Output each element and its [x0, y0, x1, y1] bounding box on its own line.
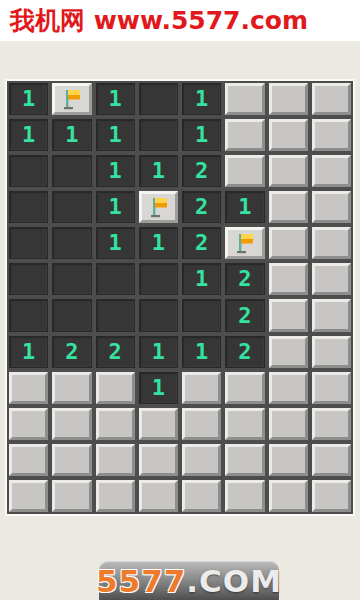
cell-r3c2	[50, 153, 93, 189]
mine-count-number: 1	[109, 232, 122, 254]
mine-count-number: 1	[22, 124, 35, 146]
mine-count-number: 1	[109, 124, 122, 146]
cell-r5c4: 1	[137, 225, 180, 261]
cell-r11c4[interactable]	[137, 442, 180, 478]
cell-r9c3[interactable]	[94, 370, 137, 406]
cell-r1c4	[137, 81, 180, 117]
cell-r3c3: 1	[94, 153, 137, 189]
cell-r2c4	[137, 117, 180, 153]
cell-r11c1[interactable]	[7, 442, 50, 478]
cell-r5c5: 2	[180, 225, 223, 261]
cell-r6c4	[137, 261, 180, 297]
cell-r12c7[interactable]	[267, 478, 310, 514]
mine-count-number: 1	[152, 377, 165, 399]
cell-r2c7[interactable]	[267, 117, 310, 153]
flag-icon	[234, 231, 255, 255]
mine-count-number: 1	[65, 124, 78, 146]
cell-r5c1	[7, 225, 50, 261]
cell-r8c3: 2	[94, 334, 137, 370]
cell-r8c5: 1	[180, 334, 223, 370]
cell-r11c3[interactable]	[94, 442, 137, 478]
cell-r12c6[interactable]	[223, 478, 266, 514]
watermark-badge: 5577.COM	[99, 561, 279, 600]
cell-r7c5	[180, 297, 223, 333]
cell-r5c3: 1	[94, 225, 137, 261]
cell-r1c6[interactable]	[223, 81, 266, 117]
cell-r6c3	[94, 261, 137, 297]
cell-r2c5: 1	[180, 117, 223, 153]
cell-r9c5[interactable]	[180, 370, 223, 406]
header-bar: 我机网 www.5577.com	[0, 0, 360, 41]
mine-count-number: 1	[152, 232, 165, 254]
cell-r4c5: 2	[180, 189, 223, 225]
cell-r11c6[interactable]	[223, 442, 266, 478]
cell-r8c2: 2	[50, 334, 93, 370]
mine-count-number: 2	[109, 341, 122, 363]
cell-r2c8[interactable]	[310, 117, 353, 153]
cell-r11c8[interactable]	[310, 442, 353, 478]
cell-r12c3[interactable]	[94, 478, 137, 514]
cell-r8c6: 2	[223, 334, 266, 370]
cell-r6c1	[7, 261, 50, 297]
flag-icon	[148, 195, 169, 219]
cell-r4c4[interactable]	[137, 189, 180, 225]
mine-count-number: 1	[195, 124, 208, 146]
cell-r10c5[interactable]	[180, 406, 223, 442]
cell-r6c8[interactable]	[310, 261, 353, 297]
mine-count-number: 2	[238, 341, 251, 363]
cell-r7c6: 2	[223, 297, 266, 333]
watermark-suffix: .COM	[186, 563, 282, 599]
cell-r3c6[interactable]	[223, 153, 266, 189]
mine-count-number: 1	[22, 341, 35, 363]
mine-count-number: 1	[152, 160, 165, 182]
cell-r7c7[interactable]	[267, 297, 310, 333]
cell-r2c6[interactable]	[223, 117, 266, 153]
cell-r5c7[interactable]	[267, 225, 310, 261]
mine-count-number: 1	[195, 88, 208, 110]
cell-r4c8[interactable]	[310, 189, 353, 225]
watermark-brand: 5577	[96, 563, 186, 599]
mine-count-number: 1	[22, 88, 35, 110]
cell-r9c4: 1	[137, 370, 180, 406]
mine-count-number: 1	[238, 196, 251, 218]
mine-count-number: 2	[238, 268, 251, 290]
mine-count-number: 1	[109, 196, 122, 218]
cell-r12c4[interactable]	[137, 478, 180, 514]
cell-r8c4: 1	[137, 334, 180, 370]
cell-r9c8[interactable]	[310, 370, 353, 406]
cell-r12c2[interactable]	[50, 478, 93, 514]
cell-r4c6: 1	[223, 189, 266, 225]
mine-count-number: 2	[195, 160, 208, 182]
mine-count-number: 2	[65, 341, 78, 363]
cell-r12c1[interactable]	[7, 478, 50, 514]
cell-r2c3: 1	[94, 117, 137, 153]
mine-count-number: 1	[195, 268, 208, 290]
mine-count-number: 2	[195, 232, 208, 254]
cell-r7c1	[7, 297, 50, 333]
cell-r12c8[interactable]	[310, 478, 353, 514]
cell-r5c8[interactable]	[310, 225, 353, 261]
cell-r10c6[interactable]	[223, 406, 266, 442]
cell-r8c1: 1	[7, 334, 50, 370]
cell-r10c4[interactable]	[137, 406, 180, 442]
cell-r4c1	[7, 189, 50, 225]
cell-r3c1	[7, 153, 50, 189]
cell-r6c6: 2	[223, 261, 266, 297]
cell-r4c7[interactable]	[267, 189, 310, 225]
cell-r9c1[interactable]	[7, 370, 50, 406]
cell-r11c5[interactable]	[180, 442, 223, 478]
mine-count-number: 2	[195, 196, 208, 218]
cell-r8c7[interactable]	[267, 334, 310, 370]
board: 11111111121211121221221121	[5, 79, 355, 516]
cell-r3c4: 1	[137, 153, 180, 189]
cell-r5c6[interactable]	[223, 225, 266, 261]
cell-r6c2	[50, 261, 93, 297]
cell-r2c1: 1	[7, 117, 50, 153]
cell-r3c8[interactable]	[310, 153, 353, 189]
cell-r5c2	[50, 225, 93, 261]
cell-r7c3	[94, 297, 137, 333]
cell-r3c7[interactable]	[267, 153, 310, 189]
cell-r6c5: 1	[180, 261, 223, 297]
cell-r1c7[interactable]	[267, 81, 310, 117]
mine-count-number: 1	[109, 160, 122, 182]
cell-r1c8[interactable]	[310, 81, 353, 117]
cell-r12c5[interactable]	[180, 478, 223, 514]
cell-r9c6[interactable]	[223, 370, 266, 406]
cell-r7c8[interactable]	[310, 297, 353, 333]
mine-count-number: 1	[109, 88, 122, 110]
cell-r1c2[interactable]	[50, 81, 93, 117]
cell-r4c2	[50, 189, 93, 225]
cell-r1c3: 1	[94, 81, 137, 117]
cell-r10c2[interactable]	[50, 406, 93, 442]
cell-r9c7[interactable]	[267, 370, 310, 406]
mine-count-number: 1	[152, 341, 165, 363]
cell-r1c1: 1	[7, 81, 50, 117]
flag-icon	[61, 87, 82, 111]
cell-r7c2	[50, 297, 93, 333]
cell-r2c2: 1	[50, 117, 93, 153]
cell-r7c4	[137, 297, 180, 333]
cell-r9c2[interactable]	[50, 370, 93, 406]
cell-r3c5: 2	[180, 153, 223, 189]
cell-r4c3: 1	[94, 189, 137, 225]
cell-r10c7[interactable]	[267, 406, 310, 442]
mine-count-number: 1	[195, 341, 208, 363]
cell-r11c2[interactable]	[50, 442, 93, 478]
mine-count-number: 2	[238, 305, 251, 327]
cell-r1c5: 1	[180, 81, 223, 117]
cell-r11c7[interactable]	[267, 442, 310, 478]
cell-r10c3[interactable]	[94, 406, 137, 442]
site-title: 我机网 www.5577.com	[0, 4, 308, 37]
cell-r6c7[interactable]	[267, 261, 310, 297]
cell-r8c8[interactable]	[310, 334, 353, 370]
cell-r10c8[interactable]	[310, 406, 353, 442]
cell-r10c1[interactable]	[7, 406, 50, 442]
